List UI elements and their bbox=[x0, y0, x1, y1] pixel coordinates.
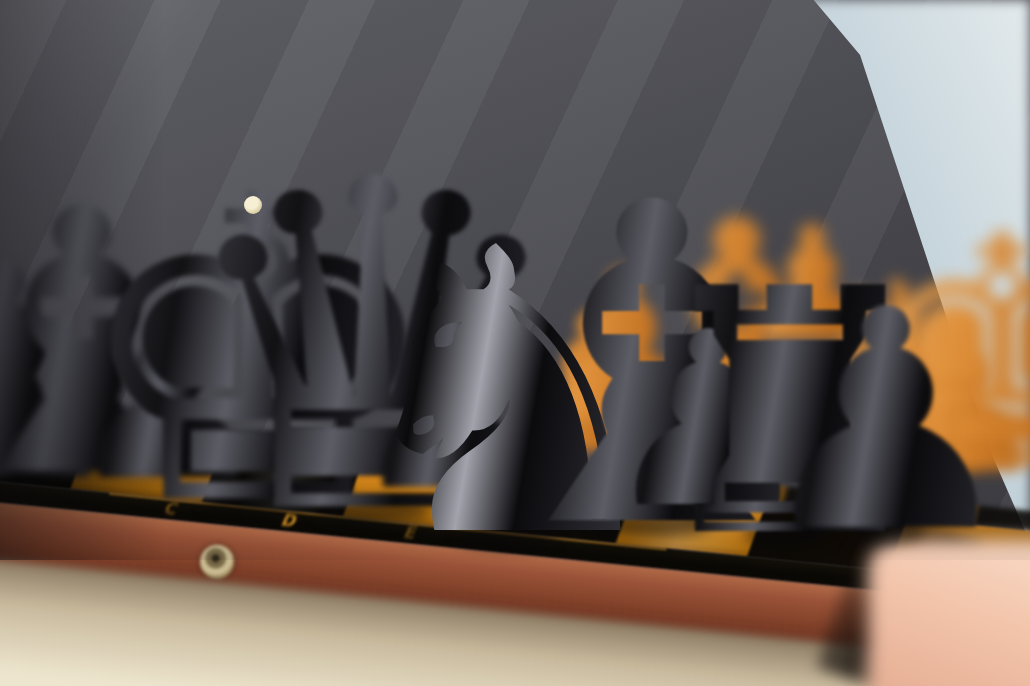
king-ivory-finial bbox=[244, 196, 262, 214]
black-pawn: ♟ bbox=[750, 270, 1023, 574]
chess-photo-scene: ♟♟♝♟♞♟♚ CDE ♟♝♟♚♛♟♞♝♟♜♟ bbox=[0, 0, 1030, 686]
